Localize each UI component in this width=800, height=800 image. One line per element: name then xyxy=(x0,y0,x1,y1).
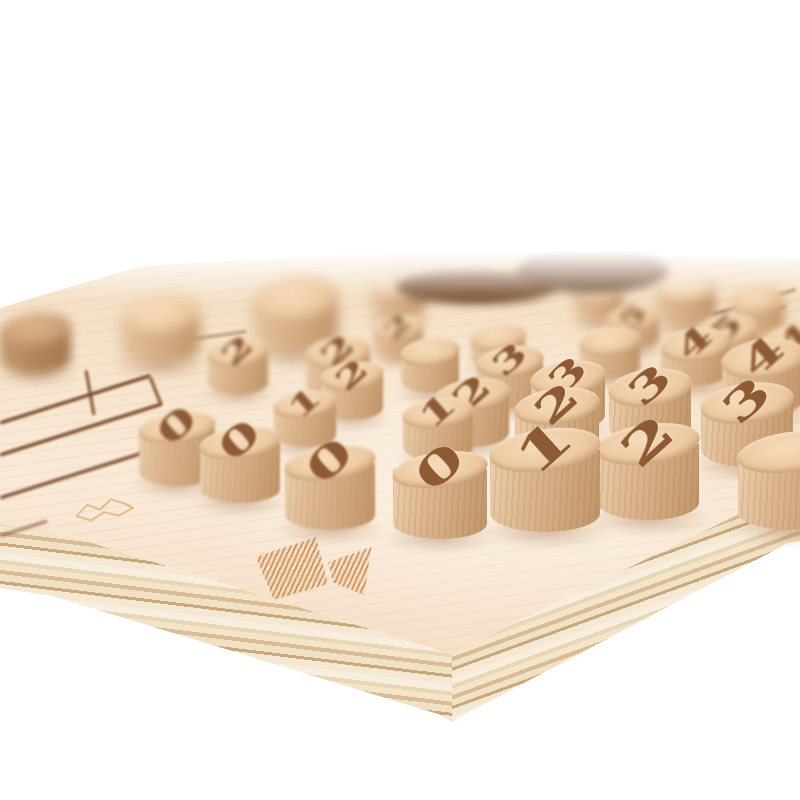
number-piece-blank[interactable] xyxy=(0,312,72,381)
number-piece-0[interactable]: 0 xyxy=(284,446,376,537)
product-photo-scene: 55424422333322221110000 xyxy=(0,0,800,800)
number-piece-blank[interactable] xyxy=(737,432,800,538)
spinner-disc-back[interactable] xyxy=(516,247,668,293)
spinner-knob[interactable] xyxy=(488,248,522,266)
number-piece-1[interactable]: 1 xyxy=(489,429,601,541)
number-piece-blank[interactable] xyxy=(119,295,201,373)
number-piece-0[interactable]: 0 xyxy=(199,427,281,509)
number-piece-2[interactable]: 2 xyxy=(596,424,700,528)
number-piece-0[interactable]: 0 xyxy=(392,452,488,546)
number-piece-2[interactable]: 2 xyxy=(207,338,269,401)
